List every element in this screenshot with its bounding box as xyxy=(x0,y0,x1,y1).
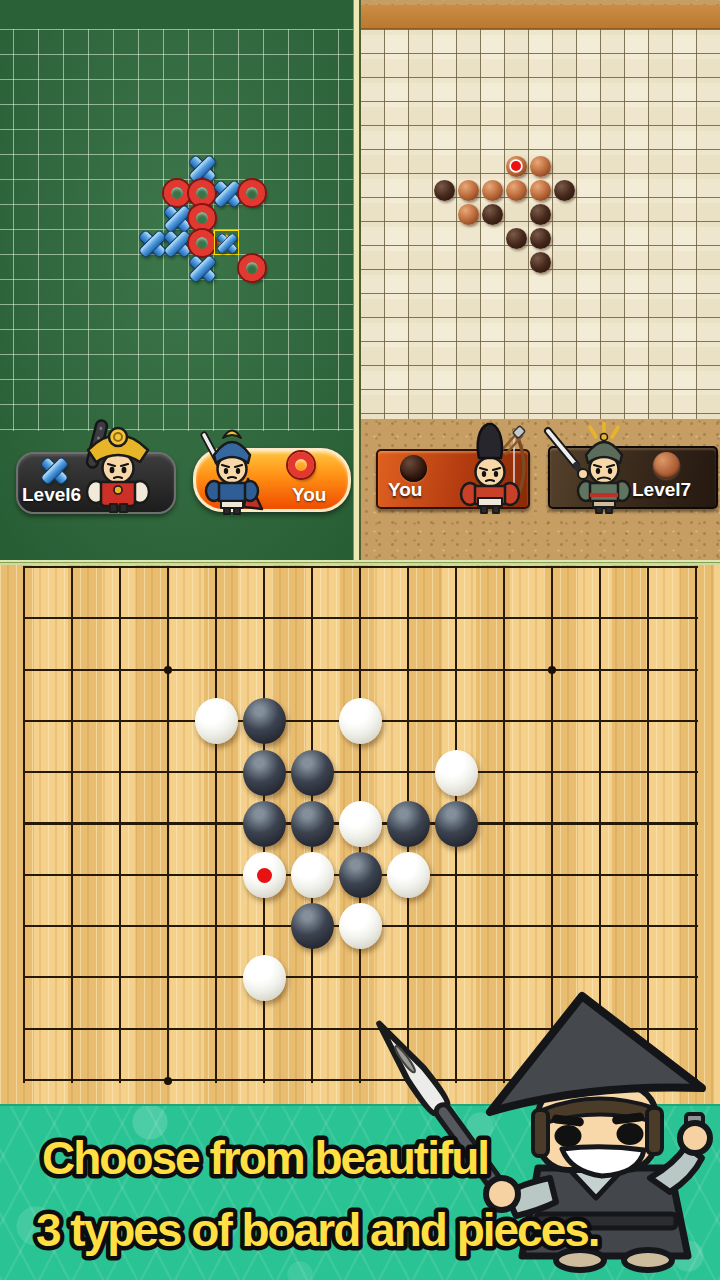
x-piece-icon xyxy=(40,456,67,483)
banner-line2: 3 types of board and pieces. xyxy=(36,1204,599,1256)
piece-o xyxy=(189,230,215,256)
piece-x xyxy=(216,232,237,253)
app-screen: Level6 You xyxy=(0,0,720,1280)
go-stone-white xyxy=(291,852,334,898)
piece-x xyxy=(163,204,190,231)
piece-x xyxy=(138,229,165,256)
go-stone-white xyxy=(339,903,382,949)
stone-dark xyxy=(506,228,527,249)
player-label: You xyxy=(292,484,326,506)
piece-o xyxy=(189,205,215,231)
go-stone-black xyxy=(291,903,334,949)
stone-dark xyxy=(482,204,503,225)
black-stone-icon xyxy=(400,455,427,482)
green-xo-board-panel[interactable]: Level6 You xyxy=(0,0,360,560)
piece-o xyxy=(239,255,265,281)
piece-x xyxy=(213,179,240,206)
stone-brown xyxy=(530,156,551,177)
stone-brown xyxy=(482,180,503,201)
piece-o xyxy=(164,180,190,206)
blue-samurai-avatar xyxy=(196,421,268,515)
stone-brown xyxy=(458,180,479,201)
archer-avatar xyxy=(448,420,532,514)
piece-x xyxy=(188,154,215,181)
parchment-board-panel[interactable]: You Level7 xyxy=(360,0,720,560)
brown-stone-icon xyxy=(653,452,680,479)
stone-dark xyxy=(530,228,551,249)
piece-x xyxy=(163,229,190,256)
go-stone-black xyxy=(243,698,286,744)
go-stone-white xyxy=(195,698,238,744)
panel-divider xyxy=(353,0,361,560)
go-stone-black xyxy=(339,852,382,898)
go-stone-white xyxy=(243,852,286,898)
piece-o xyxy=(189,180,215,206)
stone-brown xyxy=(458,204,479,225)
go-stone-black xyxy=(435,801,478,847)
go-stone-white xyxy=(339,801,382,847)
piece-o xyxy=(239,180,265,206)
go-stone-black xyxy=(291,750,334,796)
stone-dark xyxy=(434,180,455,201)
go-stone-black xyxy=(387,801,430,847)
stone-dark xyxy=(530,204,551,225)
go-stone-black xyxy=(291,801,334,847)
stone-brown xyxy=(506,180,527,201)
o-piece-icon xyxy=(288,452,314,478)
red-samurai-avatar xyxy=(74,416,162,514)
piece-x xyxy=(188,254,215,281)
green-samurai-avatar xyxy=(542,419,642,514)
go-stone-white xyxy=(435,750,478,796)
go-stone-white xyxy=(339,698,382,744)
banner-line1: Choose from beautiful xyxy=(42,1132,488,1184)
go-stone-black xyxy=(243,801,286,847)
stone-brown xyxy=(506,156,527,177)
go-stone-black xyxy=(243,750,286,796)
go-stone-white xyxy=(387,852,430,898)
stone-brown xyxy=(530,180,551,201)
player-label: Level6 xyxy=(22,484,81,506)
stone-dark xyxy=(530,252,551,273)
player-label: You xyxy=(388,479,422,501)
stone-dark xyxy=(554,180,575,201)
banner-text: Choose from beautiful 3 types of board a… xyxy=(0,1104,720,1280)
